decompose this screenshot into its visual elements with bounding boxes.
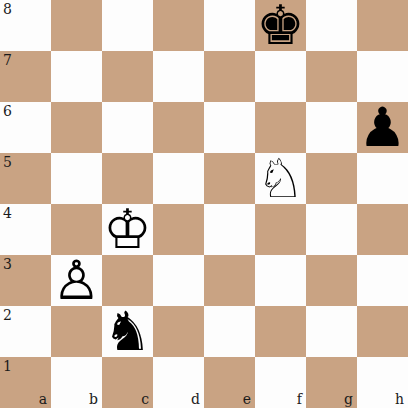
square-h2[interactable] xyxy=(357,306,408,357)
rank-label-4: 4 xyxy=(3,206,12,220)
square-d1[interactable]: d xyxy=(153,357,204,408)
square-f8[interactable]: ♚ xyxy=(255,0,306,51)
square-h4[interactable] xyxy=(357,204,408,255)
rank-label-2: 2 xyxy=(3,308,12,322)
square-e6[interactable] xyxy=(204,102,255,153)
piece-white-knight[interactable]: ♘ xyxy=(255,153,306,204)
square-g7[interactable] xyxy=(306,51,357,102)
square-g3[interactable] xyxy=(306,255,357,306)
piece-white-king[interactable]: ♔ xyxy=(102,204,153,255)
square-e2[interactable] xyxy=(204,306,255,357)
square-g2[interactable] xyxy=(306,306,357,357)
square-b3[interactable]: ♙ xyxy=(51,255,102,306)
rank-label-7: 7 xyxy=(3,53,12,67)
piece-black-king[interactable]: ♚ xyxy=(255,0,306,51)
square-c7[interactable] xyxy=(102,51,153,102)
file-label-d: d xyxy=(191,392,200,406)
square-f5[interactable]: ♘ xyxy=(255,153,306,204)
chess-diagram: 8♚76♟5♘4♔3♙2♞1abcdefgh xyxy=(0,0,408,408)
file-label-b: b xyxy=(89,392,98,406)
square-f2[interactable] xyxy=(255,306,306,357)
square-a1[interactable]: 1a xyxy=(0,357,51,408)
square-g5[interactable] xyxy=(306,153,357,204)
square-h8[interactable] xyxy=(357,0,408,51)
square-d8[interactable] xyxy=(153,0,204,51)
rank-label-5: 5 xyxy=(3,155,12,169)
square-a5[interactable]: 5 xyxy=(0,153,51,204)
square-g8[interactable] xyxy=(306,0,357,51)
square-c5[interactable] xyxy=(102,153,153,204)
square-e7[interactable] xyxy=(204,51,255,102)
square-e1[interactable]: e xyxy=(204,357,255,408)
square-g4[interactable] xyxy=(306,204,357,255)
rank-label-8: 8 xyxy=(3,2,12,16)
file-label-g: g xyxy=(344,392,353,406)
square-b2[interactable] xyxy=(51,306,102,357)
square-e3[interactable] xyxy=(204,255,255,306)
file-label-c: c xyxy=(141,392,149,406)
square-a2[interactable]: 2 xyxy=(0,306,51,357)
square-h5[interactable] xyxy=(357,153,408,204)
square-g1[interactable]: g xyxy=(306,357,357,408)
square-c4[interactable]: ♔ xyxy=(102,204,153,255)
file-label-e: e xyxy=(243,392,251,406)
square-e8[interactable] xyxy=(204,0,255,51)
square-b7[interactable] xyxy=(51,51,102,102)
square-c6[interactable] xyxy=(102,102,153,153)
square-g6[interactable] xyxy=(306,102,357,153)
square-b5[interactable] xyxy=(51,153,102,204)
square-a6[interactable]: 6 xyxy=(0,102,51,153)
square-f3[interactable] xyxy=(255,255,306,306)
square-d7[interactable] xyxy=(153,51,204,102)
square-d4[interactable] xyxy=(153,204,204,255)
square-f1[interactable]: f xyxy=(255,357,306,408)
square-f7[interactable] xyxy=(255,51,306,102)
square-b1[interactable]: b xyxy=(51,357,102,408)
square-d3[interactable] xyxy=(153,255,204,306)
rank-label-6: 6 xyxy=(3,104,12,118)
square-f6[interactable] xyxy=(255,102,306,153)
square-d2[interactable] xyxy=(153,306,204,357)
piece-black-knight[interactable]: ♞ xyxy=(102,306,153,357)
square-b8[interactable] xyxy=(51,0,102,51)
square-c2[interactable]: ♞ xyxy=(102,306,153,357)
square-d6[interactable] xyxy=(153,102,204,153)
rank-label-1: 1 xyxy=(3,359,12,373)
square-a4[interactable]: 4 xyxy=(0,204,51,255)
square-b6[interactable] xyxy=(51,102,102,153)
square-f4[interactable] xyxy=(255,204,306,255)
square-a8[interactable]: 8 xyxy=(0,0,51,51)
square-e4[interactable] xyxy=(204,204,255,255)
file-label-f: f xyxy=(297,392,302,406)
square-c3[interactable] xyxy=(102,255,153,306)
square-c8[interactable] xyxy=(102,0,153,51)
square-h7[interactable] xyxy=(357,51,408,102)
square-a7[interactable]: 7 xyxy=(0,51,51,102)
square-c1[interactable]: c xyxy=(102,357,153,408)
square-b4[interactable] xyxy=(51,204,102,255)
piece-black-pawn[interactable]: ♟ xyxy=(357,102,408,153)
square-h3[interactable] xyxy=(357,255,408,306)
file-label-h: h xyxy=(395,392,404,406)
square-e5[interactable] xyxy=(204,153,255,204)
square-a3[interactable]: 3 xyxy=(0,255,51,306)
chess-board: 8♚76♟5♘4♔3♙2♞1abcdefgh xyxy=(0,0,408,408)
rank-label-3: 3 xyxy=(3,257,12,271)
file-label-a: a xyxy=(39,392,47,406)
square-d5[interactable] xyxy=(153,153,204,204)
square-h6[interactable]: ♟ xyxy=(357,102,408,153)
piece-white-pawn[interactable]: ♙ xyxy=(51,255,102,306)
square-h1[interactable]: h xyxy=(357,357,408,408)
